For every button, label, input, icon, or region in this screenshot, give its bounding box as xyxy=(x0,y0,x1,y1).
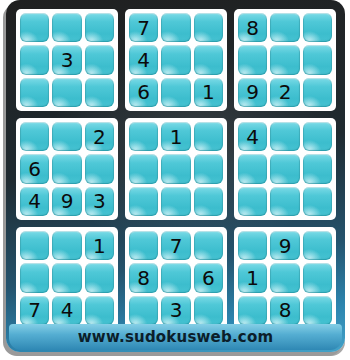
cell-r4c7[interactable]: 4 xyxy=(238,122,267,151)
cell-r3c1[interactable] xyxy=(20,78,49,107)
cell-r1c9[interactable] xyxy=(303,13,332,42)
cell-r2c8[interactable] xyxy=(270,45,299,74)
sudoku-grid: 3746189226493141747863918 xyxy=(16,9,336,329)
cell-r3c5[interactable] xyxy=(161,78,190,107)
cell-r9c9[interactable] xyxy=(303,296,332,325)
cell-r2c9[interactable] xyxy=(303,45,332,74)
box-1-1: 3 xyxy=(16,9,118,111)
cell-r7c7[interactable] xyxy=(238,231,267,260)
cell-r5c6[interactable] xyxy=(194,154,223,183)
cell-r2c2[interactable]: 3 xyxy=(52,45,81,74)
cell-r6c1[interactable]: 4 xyxy=(20,187,49,216)
cell-r5c8[interactable] xyxy=(270,154,299,183)
cell-r6c5[interactable] xyxy=(161,187,190,216)
cell-r1c1[interactable] xyxy=(20,13,49,42)
cell-r7c1[interactable] xyxy=(20,231,49,260)
cell-r3c3[interactable] xyxy=(85,78,114,107)
cell-r6c8[interactable] xyxy=(270,187,299,216)
cell-r2c6[interactable] xyxy=(194,45,223,74)
cell-r3c7[interactable]: 9 xyxy=(238,78,267,107)
cell-r2c3[interactable] xyxy=(85,45,114,74)
cell-r4c6[interactable] xyxy=(194,122,223,151)
cell-r7c9[interactable] xyxy=(303,231,332,260)
cell-r9c1[interactable]: 7 xyxy=(20,296,49,325)
cell-r1c6[interactable] xyxy=(194,13,223,42)
box-3-2: 7863 xyxy=(125,227,227,329)
page: 3746189226493141747863918 www.sudokusweb… xyxy=(0,0,350,360)
cell-r9c7[interactable] xyxy=(238,296,267,325)
cell-r8c6[interactable]: 6 xyxy=(194,263,223,292)
cell-r8c5[interactable] xyxy=(161,263,190,292)
cell-r9c8[interactable]: 8 xyxy=(270,296,299,325)
cell-r6c9[interactable] xyxy=(303,187,332,216)
box-1-3: 892 xyxy=(234,9,336,111)
box-2-2: 1 xyxy=(125,118,227,220)
cell-r9c2[interactable]: 4 xyxy=(52,296,81,325)
cell-r7c4[interactable] xyxy=(129,231,158,260)
cell-r5c3[interactable] xyxy=(85,154,114,183)
box-3-3: 918 xyxy=(234,227,336,329)
cell-r4c3[interactable]: 2 xyxy=(85,122,114,151)
cell-r3c2[interactable] xyxy=(52,78,81,107)
cell-r1c3[interactable] xyxy=(85,13,114,42)
cell-r1c2[interactable] xyxy=(52,13,81,42)
cell-r1c7[interactable]: 8 xyxy=(238,13,267,42)
cell-r2c1[interactable] xyxy=(20,45,49,74)
cell-r4c2[interactable] xyxy=(52,122,81,151)
cell-r8c8[interactable] xyxy=(270,263,299,292)
cell-r6c3[interactable]: 3 xyxy=(85,187,114,216)
cell-r8c3[interactable] xyxy=(85,263,114,292)
cell-r4c5[interactable]: 1 xyxy=(161,122,190,151)
cell-r2c7[interactable] xyxy=(238,45,267,74)
cell-r9c3[interactable] xyxy=(85,296,114,325)
cell-r5c5[interactable] xyxy=(161,154,190,183)
cell-r7c2[interactable] xyxy=(52,231,81,260)
cell-r7c6[interactable] xyxy=(194,231,223,260)
cell-r4c1[interactable] xyxy=(20,122,49,151)
cell-r5c9[interactable] xyxy=(303,154,332,183)
cell-r8c4[interactable]: 8 xyxy=(129,263,158,292)
cell-r8c9[interactable] xyxy=(303,263,332,292)
box-1-2: 7461 xyxy=(125,9,227,111)
cell-r5c7[interactable] xyxy=(238,154,267,183)
cell-r2c5[interactable] xyxy=(161,45,190,74)
cell-r1c5[interactable] xyxy=(161,13,190,42)
cell-r1c4[interactable]: 7 xyxy=(129,13,158,42)
site-url-label: www.sudokusweb.com xyxy=(78,328,273,346)
cell-r5c2[interactable] xyxy=(52,154,81,183)
box-2-1: 26493 xyxy=(16,118,118,220)
cell-r6c7[interactable] xyxy=(238,187,267,216)
cell-r3c9[interactable] xyxy=(303,78,332,107)
cell-r5c1[interactable]: 6 xyxy=(20,154,49,183)
cell-r6c6[interactable] xyxy=(194,187,223,216)
cell-r7c5[interactable]: 7 xyxy=(161,231,190,260)
cell-r9c5[interactable]: 3 xyxy=(161,296,190,325)
cell-r9c6[interactable] xyxy=(194,296,223,325)
footer-strip: www.sudokusweb.com xyxy=(9,324,342,350)
cell-r3c4[interactable]: 6 xyxy=(129,78,158,107)
cell-r3c8[interactable]: 2 xyxy=(270,78,299,107)
box-2-3: 4 xyxy=(234,118,336,220)
cell-r7c3[interactable]: 1 xyxy=(85,231,114,260)
cell-r4c4[interactable] xyxy=(129,122,158,151)
cell-r8c7[interactable]: 1 xyxy=(238,263,267,292)
sudoku-board: 3746189226493141747863918 www.sudokusweb… xyxy=(6,0,345,352)
cell-r8c2[interactable] xyxy=(52,263,81,292)
cell-r6c4[interactable] xyxy=(129,187,158,216)
cell-r9c4[interactable] xyxy=(129,296,158,325)
cell-r1c8[interactable] xyxy=(270,13,299,42)
cell-r7c8[interactable]: 9 xyxy=(270,231,299,260)
cell-r5c4[interactable] xyxy=(129,154,158,183)
cell-r6c2[interactable]: 9 xyxy=(52,187,81,216)
box-3-1: 174 xyxy=(16,227,118,329)
cell-r3c6[interactable]: 1 xyxy=(194,78,223,107)
cell-r8c1[interactable] xyxy=(20,263,49,292)
cell-r4c8[interactable] xyxy=(270,122,299,151)
cell-r2c4[interactable]: 4 xyxy=(129,45,158,74)
cell-r4c9[interactable] xyxy=(303,122,332,151)
